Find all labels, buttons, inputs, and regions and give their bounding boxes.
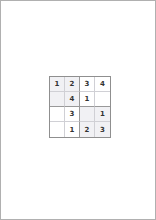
cell-r2c4[interactable] [95,92,110,107]
cell-r1c4[interactable]: 4 [95,77,110,92]
cell-r2c3[interactable]: 1 [80,92,95,107]
cell-r3c1[interactable] [50,107,65,122]
cell-r4c1[interactable] [50,122,65,137]
cell-r2c1[interactable] [50,92,65,107]
cell-r1c3[interactable]: 3 [80,77,95,92]
cell-r3c2[interactable]: 3 [65,107,80,122]
cell-r4c4[interactable]: 3 [95,122,110,137]
cell-r1c2[interactable]: 2 [65,77,80,92]
cell-r3c4[interactable]: 1 [95,107,110,122]
sudoku-board: 1 2 3 4 4 1 3 1 1 2 3 [49,76,111,138]
cell-r4c2[interactable]: 1 [65,122,80,137]
cell-r1c1[interactable]: 1 [50,77,65,92]
puzzle-page: 1 2 3 4 4 1 3 1 1 2 3 [0,0,156,220]
cell-r2c2[interactable]: 4 [65,92,80,107]
cell-r3c3[interactable] [80,107,95,122]
cell-r4c3[interactable]: 2 [80,122,95,137]
